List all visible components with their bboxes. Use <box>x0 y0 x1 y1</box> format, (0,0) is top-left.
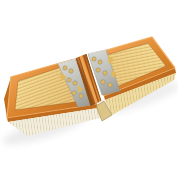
clamp-hole <box>79 94 83 98</box>
clamp-hole <box>67 78 71 82</box>
clamp-hole <box>63 66 67 70</box>
clamp-hole <box>69 69 73 73</box>
clamp-hole <box>108 83 112 87</box>
clamp-hole <box>98 60 102 64</box>
clamp-hole <box>101 80 105 84</box>
product-photo <box>0 0 178 178</box>
clamp-hole <box>92 57 96 61</box>
clamp-hole <box>96 68 100 72</box>
product-photo-stage <box>0 0 178 178</box>
clamp-hole <box>72 91 76 95</box>
clamp-hole <box>103 71 107 75</box>
clamp-hole <box>73 81 77 85</box>
